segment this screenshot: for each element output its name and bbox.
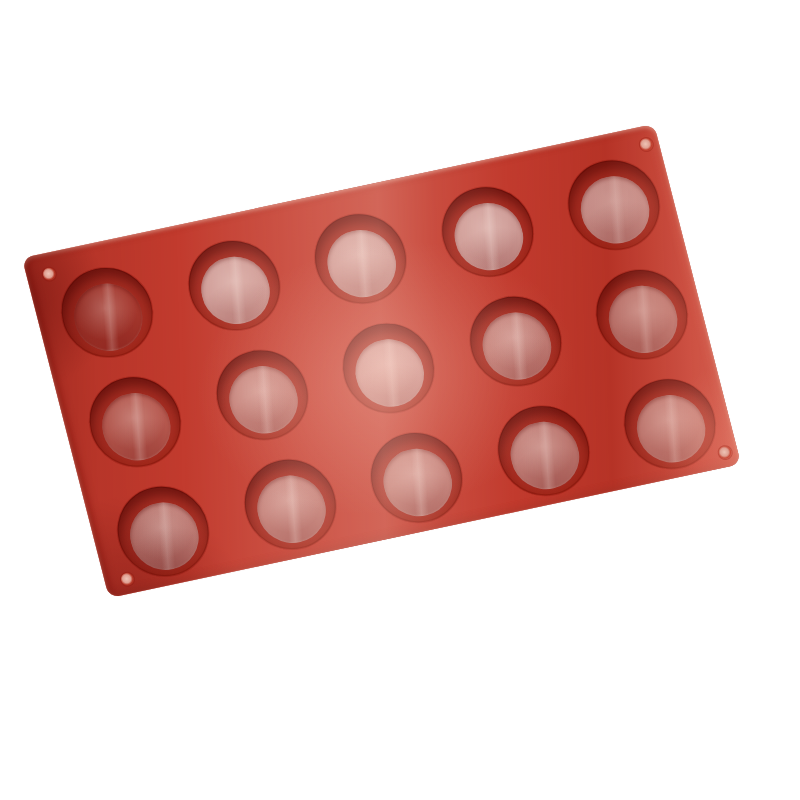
mold-cavity-r3-c2 [235, 452, 345, 558]
cavity-floor [376, 443, 459, 523]
cavity-floor [573, 170, 656, 250]
cavity-floor [67, 277, 150, 357]
cavity-floor [503, 416, 586, 496]
mold-cavity-r2-c2 [207, 342, 317, 448]
cavity-floor [447, 197, 530, 277]
mold-cavity-r1-c2 [179, 233, 289, 339]
product-photo-canvas [0, 0, 800, 800]
cavity-floor [601, 279, 684, 359]
mold-cavity-r3-c4 [488, 398, 598, 504]
mold-cavity-r1-c3 [305, 206, 415, 312]
cavity-floor [221, 360, 304, 440]
mold-cavity-r2-c3 [333, 315, 443, 421]
cavity-floor [95, 387, 178, 467]
cavity-floor [123, 496, 206, 576]
cavity-grid [22, 124, 741, 598]
cavity-floor [475, 306, 558, 386]
mold-cavity-r2-c1 [80, 369, 190, 475]
cavity-floor [249, 469, 332, 549]
mold-cavity-r1-c5 [559, 152, 669, 258]
cavity-floor [629, 389, 712, 469]
silicone-baking-mold [22, 124, 741, 598]
mold-cavity-r3-c3 [361, 425, 471, 531]
mold-cavity-r3-c1 [108, 478, 218, 584]
cavity-floor [320, 224, 403, 304]
cavity-floor [348, 333, 431, 413]
cavity-floor [193, 250, 276, 330]
mold-cavity-r3-c5 [615, 371, 725, 477]
mold-cavity-r1-c1 [52, 260, 162, 366]
mold-cavity-r1-c4 [432, 179, 542, 285]
mold-cavity-r2-c4 [460, 288, 570, 394]
mold-cavity-r2-c5 [587, 262, 697, 368]
